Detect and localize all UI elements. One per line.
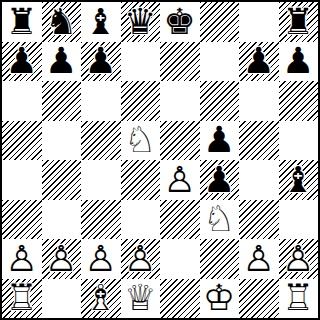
piece-glyph: ♘	[121, 121, 161, 161]
piece-black-knight: ♞♞	[42, 2, 82, 42]
piece-glyph: ♙	[121, 239, 161, 279]
square-c5[interactable]	[81, 121, 121, 161]
piece-glyph: ♟	[42, 42, 82, 82]
square-f8[interactable]	[200, 2, 240, 42]
piece-white-pawn: ♟♙	[81, 239, 121, 279]
piece-black-rook: ♜♜	[279, 2, 319, 42]
square-g2[interactable]: ♟♙	[239, 239, 279, 279]
piece-black-pawn: ♟♟	[239, 42, 279, 82]
square-c4[interactable]	[81, 160, 121, 200]
piece-white-pawn: ♟♙	[42, 239, 82, 279]
square-f2[interactable]	[200, 239, 240, 279]
square-a1[interactable]: ♜♖	[2, 279, 42, 319]
piece-glyph: ♘	[200, 200, 240, 240]
square-h4[interactable]: ♝♝	[279, 160, 319, 200]
square-g5[interactable]	[239, 121, 279, 161]
square-e2[interactable]	[160, 239, 200, 279]
square-b1[interactable]	[42, 279, 82, 319]
piece-glyph: ♙	[42, 239, 82, 279]
square-d8[interactable]: ♛♛	[121, 2, 161, 42]
piece-white-pawn: ♟♙	[2, 239, 42, 279]
square-g3[interactable]	[239, 200, 279, 240]
square-h5[interactable]	[279, 121, 319, 161]
chess-board: ♜♜♞♞♝♝♛♛♚♚♜♜♟♟♟♟♟♟♟♟♟♟♞♘♟♟♟♙♟♟♝♝♞♘♟♙♟♙♟♙…	[0, 0, 320, 320]
piece-black-pawn: ♟♟	[200, 121, 240, 161]
piece-glyph: ♟	[200, 121, 240, 161]
square-b4[interactable]	[42, 160, 82, 200]
piece-black-pawn: ♟♟	[81, 42, 121, 82]
piece-white-knight: ♞♘	[200, 200, 240, 240]
square-d5[interactable]: ♞♘	[121, 121, 161, 161]
square-e1[interactable]	[160, 279, 200, 319]
piece-glyph: ♞	[42, 2, 82, 42]
square-c6[interactable]	[81, 81, 121, 121]
piece-white-king: ♚♔	[200, 279, 240, 319]
piece-black-queen: ♛♛	[121, 2, 161, 42]
square-a7[interactable]: ♟♟	[2, 42, 42, 82]
piece-glyph: ♙	[81, 239, 121, 279]
square-h1[interactable]: ♜♖	[279, 279, 319, 319]
square-h3[interactable]	[279, 200, 319, 240]
piece-white-rook: ♜♖	[279, 279, 319, 319]
piece-glyph: ♔	[200, 279, 240, 319]
square-b8[interactable]: ♞♞	[42, 2, 82, 42]
square-e8[interactable]: ♚♚	[160, 2, 200, 42]
piece-black-pawn: ♟♟	[200, 160, 240, 200]
square-d6[interactable]	[121, 81, 161, 121]
square-f3[interactable]: ♞♘	[200, 200, 240, 240]
piece-glyph: ♚	[160, 2, 200, 42]
square-c3[interactable]	[81, 200, 121, 240]
piece-glyph: ♟	[2, 42, 42, 82]
square-h8[interactable]: ♜♜	[279, 2, 319, 42]
square-e7[interactable]	[160, 42, 200, 82]
square-f7[interactable]	[200, 42, 240, 82]
square-f6[interactable]	[200, 81, 240, 121]
square-d3[interactable]	[121, 200, 161, 240]
piece-white-queen: ♛♕	[121, 279, 161, 319]
square-a3[interactable]	[2, 200, 42, 240]
square-a8[interactable]: ♜♜	[2, 2, 42, 42]
piece-glyph: ♟	[81, 42, 121, 82]
piece-glyph: ♝	[279, 160, 319, 200]
square-h6[interactable]	[279, 81, 319, 121]
square-d7[interactable]	[121, 42, 161, 82]
square-a2[interactable]: ♟♙	[2, 239, 42, 279]
piece-white-pawn: ♟♙	[239, 239, 279, 279]
piece-glyph: ♜	[2, 2, 42, 42]
square-d1[interactable]: ♛♕	[121, 279, 161, 319]
square-d2[interactable]: ♟♙	[121, 239, 161, 279]
piece-white-pawn: ♟♙	[279, 239, 319, 279]
square-a5[interactable]	[2, 121, 42, 161]
piece-black-pawn: ♟♟	[42, 42, 82, 82]
square-f1[interactable]: ♚♔	[200, 279, 240, 319]
piece-white-pawn: ♟♙	[121, 239, 161, 279]
piece-glyph: ♙	[2, 239, 42, 279]
piece-white-rook: ♜♖	[2, 279, 42, 319]
piece-glyph: ♕	[121, 279, 161, 319]
square-c8[interactable]: ♝♝	[81, 2, 121, 42]
square-g8[interactable]	[239, 2, 279, 42]
square-h2[interactable]: ♟♙	[279, 239, 319, 279]
square-f4[interactable]: ♟♟	[200, 160, 240, 200]
square-g4[interactable]	[239, 160, 279, 200]
piece-glyph: ♟	[239, 42, 279, 82]
square-b3[interactable]	[42, 200, 82, 240]
square-g1[interactable]	[239, 279, 279, 319]
square-e4[interactable]: ♟♙	[160, 160, 200, 200]
square-b5[interactable]	[42, 121, 82, 161]
piece-glyph: ♟	[200, 160, 240, 200]
piece-glyph: ♝	[81, 2, 121, 42]
square-b2[interactable]: ♟♙	[42, 239, 82, 279]
piece-glyph: ♙	[279, 239, 319, 279]
piece-glyph: ♙	[160, 160, 200, 200]
square-e6[interactable]	[160, 81, 200, 121]
square-c2[interactable]: ♟♙	[81, 239, 121, 279]
square-a4[interactable]	[2, 160, 42, 200]
square-c1[interactable]: ♝♗	[81, 279, 121, 319]
square-d4[interactable]	[121, 160, 161, 200]
piece-black-bishop: ♝♝	[279, 160, 319, 200]
piece-glyph: ♖	[2, 279, 42, 319]
piece-black-pawn: ♟♟	[2, 42, 42, 82]
square-h7[interactable]: ♟♟	[279, 42, 319, 82]
square-e5[interactable]	[160, 121, 200, 161]
square-g6[interactable]	[239, 81, 279, 121]
square-e3[interactable]	[160, 200, 200, 240]
piece-glyph: ♗	[81, 279, 121, 319]
piece-white-pawn: ♟♙	[160, 160, 200, 200]
piece-black-king: ♚♚	[160, 2, 200, 42]
square-g7[interactable]: ♟♟	[239, 42, 279, 82]
piece-glyph: ♙	[239, 239, 279, 279]
piece-black-rook: ♜♜	[2, 2, 42, 42]
piece-glyph: ♟	[279, 42, 319, 82]
piece-glyph: ♜	[279, 2, 319, 42]
square-b6[interactable]	[42, 81, 82, 121]
piece-white-bishop: ♝♗	[81, 279, 121, 319]
square-c7[interactable]: ♟♟	[81, 42, 121, 82]
piece-black-pawn: ♟♟	[279, 42, 319, 82]
piece-glyph: ♛	[121, 2, 161, 42]
square-b7[interactable]: ♟♟	[42, 42, 82, 82]
square-a6[interactable]	[2, 81, 42, 121]
piece-black-bishop: ♝♝	[81, 2, 121, 42]
square-f5[interactable]: ♟♟	[200, 121, 240, 161]
piece-glyph: ♖	[279, 279, 319, 319]
piece-white-knight: ♞♘	[121, 121, 161, 161]
